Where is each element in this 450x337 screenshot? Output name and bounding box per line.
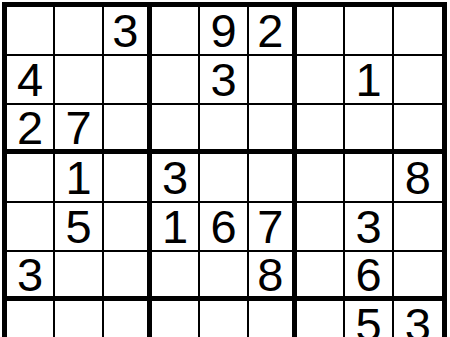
cell-r7c8[interactable]: 5 — [345, 301, 393, 337]
cell-r6c4[interactable] — [152, 252, 200, 301]
cell-r7c7[interactable] — [297, 301, 345, 337]
cell-r3c1[interactable]: 2 — [7, 105, 55, 154]
cell-r5c2[interactable]: 5 — [55, 203, 103, 252]
cell-r7c1[interactable] — [7, 301, 55, 337]
cell-r5c1[interactable] — [7, 203, 55, 252]
cell-r2c4[interactable] — [152, 56, 200, 105]
cell-r6c1[interactable]: 3 — [7, 252, 55, 301]
cell-r7c4[interactable] — [152, 301, 200, 337]
cell-r6c5[interactable] — [200, 252, 248, 301]
cell-r7c2[interactable] — [55, 301, 103, 337]
cell-r6c3[interactable] — [104, 252, 152, 301]
cell-r4c7[interactable] — [297, 154, 345, 203]
cell-r7c5[interactable] — [200, 301, 248, 337]
cell-r3c9[interactable] — [394, 105, 442, 154]
cell-r5c5[interactable]: 6 — [200, 203, 248, 252]
cell-r5c6[interactable]: 7 — [249, 203, 297, 252]
cell-r2c3[interactable] — [104, 56, 152, 105]
cell-r2c7[interactable] — [297, 56, 345, 105]
cell-r6c2[interactable] — [55, 252, 103, 301]
cell-r1c1[interactable] — [7, 7, 55, 56]
cell-r2c5[interactable]: 3 — [200, 56, 248, 105]
cell-r2c1[interactable]: 4 — [7, 56, 55, 105]
cell-r6c8[interactable]: 6 — [345, 252, 393, 301]
cell-r4c8[interactable] — [345, 154, 393, 203]
cell-r2c2[interactable] — [55, 56, 103, 105]
cell-r7c6[interactable] — [249, 301, 297, 337]
cell-r1c7[interactable] — [297, 7, 345, 56]
cell-r4c3[interactable] — [104, 154, 152, 203]
cell-r6c6[interactable]: 8 — [249, 252, 297, 301]
cell-r7c9[interactable]: 3 — [394, 301, 442, 337]
cell-r3c7[interactable] — [297, 105, 345, 154]
cell-r4c1[interactable] — [7, 154, 55, 203]
cell-r1c8[interactable] — [345, 7, 393, 56]
cell-r5c8[interactable]: 3 — [345, 203, 393, 252]
cell-r2c8[interactable]: 1 — [345, 56, 393, 105]
cell-r1c6[interactable]: 2 — [249, 7, 297, 56]
cell-r1c9[interactable] — [394, 7, 442, 56]
cell-r5c7[interactable] — [297, 203, 345, 252]
cell-r5c3[interactable] — [104, 203, 152, 252]
cell-r3c2[interactable]: 7 — [55, 105, 103, 154]
sudoku-page: { "game": "sudoku", "view": { "image_wid… — [0, 0, 450, 337]
cell-r4c9[interactable]: 8 — [394, 154, 442, 203]
cell-r1c2[interactable] — [55, 7, 103, 56]
cell-r3c3[interactable] — [104, 105, 152, 154]
cell-r6c9[interactable] — [394, 252, 442, 301]
cell-r3c5[interactable] — [200, 105, 248, 154]
cell-r1c5[interactable]: 9 — [200, 7, 248, 56]
cell-r4c4[interactable]: 3 — [152, 154, 200, 203]
cell-r1c4[interactable] — [152, 7, 200, 56]
cell-r4c6[interactable] — [249, 154, 297, 203]
cell-r5c4[interactable]: 1 — [152, 203, 200, 252]
sudoku-board: 392431271385167338653 — [2, 2, 447, 337]
cell-r2c6[interactable] — [249, 56, 297, 105]
cell-r5c9[interactable] — [394, 203, 442, 252]
cell-r4c5[interactable] — [200, 154, 248, 203]
cell-r7c3[interactable] — [104, 301, 152, 337]
cell-r3c8[interactable] — [345, 105, 393, 154]
cell-r6c7[interactable] — [297, 252, 345, 301]
cell-r4c2[interactable]: 1 — [55, 154, 103, 203]
cell-r2c9[interactable] — [394, 56, 442, 105]
cell-r1c3[interactable]: 3 — [104, 7, 152, 56]
cell-r3c6[interactable] — [249, 105, 297, 154]
cell-r3c4[interactable] — [152, 105, 200, 154]
